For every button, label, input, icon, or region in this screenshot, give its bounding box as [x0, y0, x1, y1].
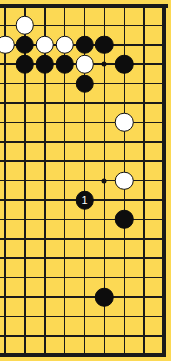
board-edge-right: [162, 4, 166, 358]
go-stone-white: [75, 55, 94, 74]
star-point: [102, 62, 107, 67]
go-stone-black: [115, 55, 134, 74]
go-board-diagram: 1: [0, 0, 171, 361]
go-stone-white: [36, 36, 55, 55]
go-stone-white: [55, 36, 74, 55]
board-edge-top: [0, 4, 168, 8]
go-stone-white: [0, 36, 14, 55]
go-stone-black: [16, 36, 35, 55]
board-edge-bottom: [0, 353, 166, 357]
go-stone-white: [115, 113, 134, 132]
go-stone-black: [75, 74, 94, 93]
go-stone-black: [55, 55, 74, 74]
go-stone-black: [36, 55, 55, 74]
move-number-label: 1: [81, 195, 87, 206]
grid-vline: [4, 6, 6, 355]
grid-vline: [143, 6, 145, 355]
go-stone-black: [115, 210, 134, 229]
star-point: [102, 178, 107, 183]
go-stone-black: [75, 36, 94, 55]
go-stone-black-move-1: 1: [75, 191, 94, 210]
go-stone-black: [95, 288, 114, 307]
go-stone-black: [95, 36, 114, 55]
go-stone-black: [16, 55, 35, 74]
go-stone-white: [115, 171, 134, 190]
go-stone-white: [16, 16, 35, 35]
